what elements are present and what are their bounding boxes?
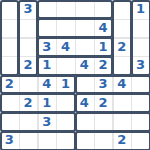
cell-empty-r5c2[interactable]	[19, 75, 38, 94]
cell-empty-r1c5[interactable]	[75, 0, 94, 19]
cell-empty-r8c2[interactable]	[19, 131, 38, 150]
cell-empty-r4c7[interactable]	[113, 56, 132, 75]
cell-given-r4c3: 1	[38, 56, 57, 75]
cell-given-r1c2: 3	[19, 0, 38, 19]
cell-empty-r1c1[interactable]	[0, 0, 19, 19]
cell-empty-r1c3[interactable]	[38, 0, 57, 19]
cell-empty-r2c4[interactable]	[56, 19, 75, 38]
cell-given-r5c3: 4	[38, 75, 57, 94]
cell-given-r3c4: 4	[56, 38, 75, 57]
cell-empty-r7c4[interactable]	[56, 113, 75, 132]
cell-empty-r3c1[interactable]	[0, 38, 19, 57]
cell-empty-r6c7[interactable]	[113, 94, 132, 113]
cell-empty-r7c7[interactable]	[113, 113, 132, 132]
cell-given-r8c1: 3	[0, 131, 19, 150]
cell-given-r4c6: 2	[94, 56, 113, 75]
cell-given-r4c2: 2	[19, 56, 38, 75]
cell-empty-r2c7[interactable]	[113, 19, 132, 38]
cell-empty-r5c5[interactable]	[75, 75, 94, 94]
cell-given-r6c5: 4	[75, 94, 94, 113]
cell-empty-r7c5[interactable]	[75, 113, 94, 132]
cell-empty-r1c4[interactable]	[56, 0, 75, 19]
cell-empty-r3c5[interactable]	[75, 38, 94, 57]
cell-empty-r3c2[interactable]	[19, 38, 38, 57]
cell-empty-r7c8[interactable]	[131, 113, 150, 132]
cell-empty-r4c1[interactable]	[0, 56, 19, 75]
cell-empty-r2c3[interactable]	[38, 19, 57, 38]
cell-given-r6c2: 2	[19, 94, 38, 113]
cell-empty-r2c2[interactable]	[19, 19, 38, 38]
puzzle-page: 314341221423241342142332	[0, 0, 150, 150]
cell-empty-r2c5[interactable]	[75, 19, 94, 38]
puzzle-board: 314341221423241342142332	[0, 0, 150, 150]
cell-empty-r2c1[interactable]	[0, 19, 19, 38]
cell-empty-r8c4[interactable]	[56, 131, 75, 150]
cell-given-r5c4: 1	[56, 75, 75, 94]
cell-empty-r3c8[interactable]	[131, 38, 150, 57]
cell-empty-r1c6[interactable]	[94, 0, 113, 19]
cell-given-r5c1: 2	[0, 75, 19, 94]
cell-empty-r7c2[interactable]	[19, 113, 38, 132]
cell-empty-r1c7[interactable]	[113, 0, 132, 19]
cell-empty-r7c6[interactable]	[94, 113, 113, 132]
cell-given-r5c6: 3	[94, 75, 113, 94]
cell-given-r4c8: 3	[131, 56, 150, 75]
cell-empty-r6c1[interactable]	[0, 94, 19, 113]
cell-empty-r5c8[interactable]	[131, 75, 150, 94]
cell-given-r8c7: 2	[113, 131, 132, 150]
cell-given-r2c6: 4	[94, 19, 113, 38]
cell-empty-r6c8[interactable]	[131, 94, 150, 113]
cell-empty-r7c1[interactable]	[0, 113, 19, 132]
cell-given-r3c7: 2	[113, 38, 132, 57]
cell-given-r5c7: 4	[113, 75, 132, 94]
cell-given-r3c3: 3	[38, 38, 57, 57]
cell-given-r6c6: 2	[94, 94, 113, 113]
cell-given-r6c3: 1	[38, 94, 57, 113]
cell-given-r7c3: 3	[38, 113, 57, 132]
cell-empty-r8c5[interactable]	[75, 131, 94, 150]
cell-given-r1c8: 1	[131, 0, 150, 19]
cell-empty-r2c8[interactable]	[131, 19, 150, 38]
cell-empty-r8c3[interactable]	[38, 131, 57, 150]
cell-empty-r8c8[interactable]	[131, 131, 150, 150]
cell-given-r3c6: 1	[94, 38, 113, 57]
cell-empty-r4c4[interactable]	[56, 56, 75, 75]
cell-empty-r8c6[interactable]	[94, 131, 113, 150]
cell-given-r4c5: 4	[75, 56, 94, 75]
cell-empty-r6c4[interactable]	[56, 94, 75, 113]
